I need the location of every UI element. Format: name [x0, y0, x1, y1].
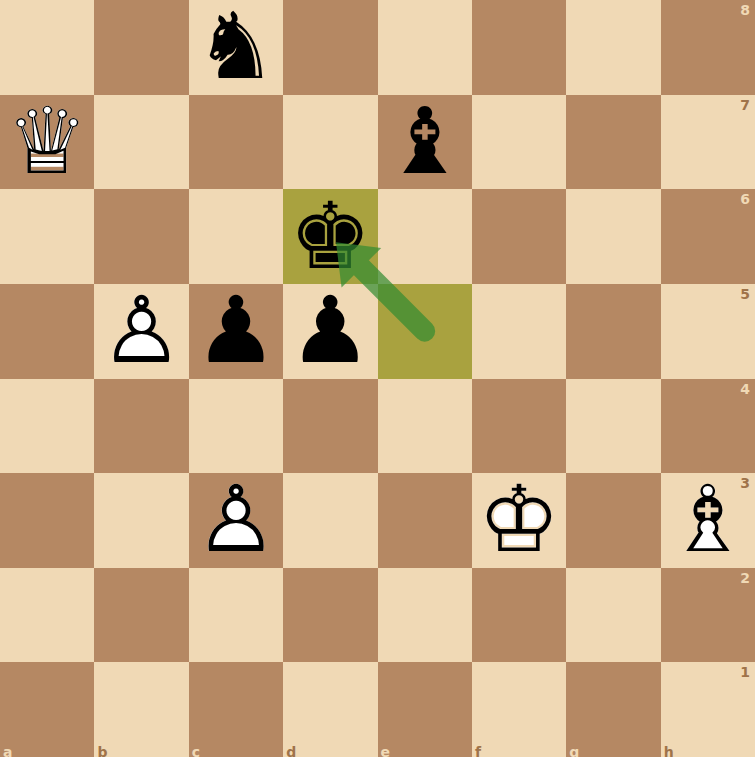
square-d5[interactable]: ♟	[283, 284, 377, 379]
white-pawn-outline-icon: ♙	[195, 473, 277, 567]
square-c8[interactable]: ♞	[189, 0, 283, 95]
square-f5[interactable]	[472, 284, 566, 379]
white-king[interactable]: ♚♔	[472, 473, 566, 568]
square-g8[interactable]	[566, 0, 660, 95]
square-e8[interactable]	[378, 0, 472, 95]
square-g5[interactable]	[566, 284, 660, 379]
square-a3[interactable]	[0, 473, 94, 568]
square-e6[interactable]	[378, 189, 472, 284]
square-b4[interactable]	[94, 379, 188, 474]
square-f3[interactable]: ♚♔	[472, 473, 566, 568]
square-c3[interactable]: ♟♙	[189, 473, 283, 568]
square-c2[interactable]	[189, 568, 283, 663]
black-pawn-icon: ♟	[195, 284, 277, 378]
square-f2[interactable]	[472, 568, 566, 663]
square-b1[interactable]	[94, 662, 188, 757]
square-a2[interactable]	[0, 568, 94, 663]
square-c7[interactable]	[189, 95, 283, 190]
square-b6[interactable]	[94, 189, 188, 284]
black-bishop[interactable]: ♝	[378, 95, 472, 190]
square-f8[interactable]	[472, 0, 566, 95]
white-pawn-outline-icon: ♙	[100, 284, 182, 378]
black-king-icon: ♚	[289, 190, 371, 284]
square-g7[interactable]	[566, 95, 660, 190]
square-f7[interactable]	[472, 95, 566, 190]
square-d4[interactable]	[283, 379, 377, 474]
square-a1[interactable]	[0, 662, 94, 757]
square-h2[interactable]	[661, 568, 755, 663]
square-c5[interactable]: ♟	[189, 284, 283, 379]
square-a8[interactable]	[0, 0, 94, 95]
white-queen[interactable]: ♛♕	[0, 95, 94, 190]
square-h6[interactable]	[661, 189, 755, 284]
square-c1[interactable]	[189, 662, 283, 757]
square-a4[interactable]	[0, 379, 94, 474]
square-h8[interactable]	[661, 0, 755, 95]
square-b3[interactable]	[94, 473, 188, 568]
black-knight-icon: ♞	[195, 0, 277, 94]
square-b2[interactable]	[94, 568, 188, 663]
black-pawn-icon: ♟	[289, 284, 371, 378]
square-e5[interactable]	[378, 284, 472, 379]
chess-board: ♞♛♕♝♚♟♙♟♟♟♙♚♔♝♗87654321abcdefgh	[0, 0, 755, 757]
square-e4[interactable]	[378, 379, 472, 474]
white-bishop[interactable]: ♝♗	[661, 473, 755, 568]
square-e1[interactable]	[378, 662, 472, 757]
square-g1[interactable]	[566, 662, 660, 757]
square-d2[interactable]	[283, 568, 377, 663]
square-h1[interactable]	[661, 662, 755, 757]
square-d1[interactable]	[283, 662, 377, 757]
black-pawn[interactable]: ♟	[283, 284, 377, 379]
white-pawn[interactable]: ♟♙	[94, 284, 188, 379]
square-h5[interactable]	[661, 284, 755, 379]
square-e3[interactable]	[378, 473, 472, 568]
square-f4[interactable]	[472, 379, 566, 474]
white-queen-outline-icon: ♕	[6, 95, 88, 189]
square-g4[interactable]	[566, 379, 660, 474]
square-a6[interactable]	[0, 189, 94, 284]
square-d8[interactable]	[283, 0, 377, 95]
square-g6[interactable]	[566, 189, 660, 284]
square-c4[interactable]	[189, 379, 283, 474]
white-bishop-outline-icon: ♗	[667, 473, 749, 567]
black-knight[interactable]: ♞	[189, 0, 283, 95]
black-pawn[interactable]: ♟	[189, 284, 283, 379]
square-b5[interactable]: ♟♙	[94, 284, 188, 379]
square-h4[interactable]	[661, 379, 755, 474]
square-d7[interactable]	[283, 95, 377, 190]
square-h3[interactable]: ♝♗	[661, 473, 755, 568]
square-f6[interactable]	[472, 189, 566, 284]
square-d3[interactable]	[283, 473, 377, 568]
square-g2[interactable]	[566, 568, 660, 663]
black-bishop-icon: ♝	[383, 95, 465, 189]
square-g3[interactable]	[566, 473, 660, 568]
square-a7[interactable]: ♛♕	[0, 95, 94, 190]
white-pawn[interactable]: ♟♙	[189, 473, 283, 568]
white-king-outline-icon: ♔	[478, 473, 560, 567]
square-e2[interactable]	[378, 568, 472, 663]
black-king[interactable]: ♚	[283, 189, 377, 284]
square-a5[interactable]	[0, 284, 94, 379]
square-f1[interactable]	[472, 662, 566, 757]
square-h7[interactable]	[661, 95, 755, 190]
square-c6[interactable]	[189, 189, 283, 284]
square-b7[interactable]	[94, 95, 188, 190]
square-b8[interactable]	[94, 0, 188, 95]
square-d6[interactable]: ♚	[283, 189, 377, 284]
square-e7[interactable]: ♝	[378, 95, 472, 190]
